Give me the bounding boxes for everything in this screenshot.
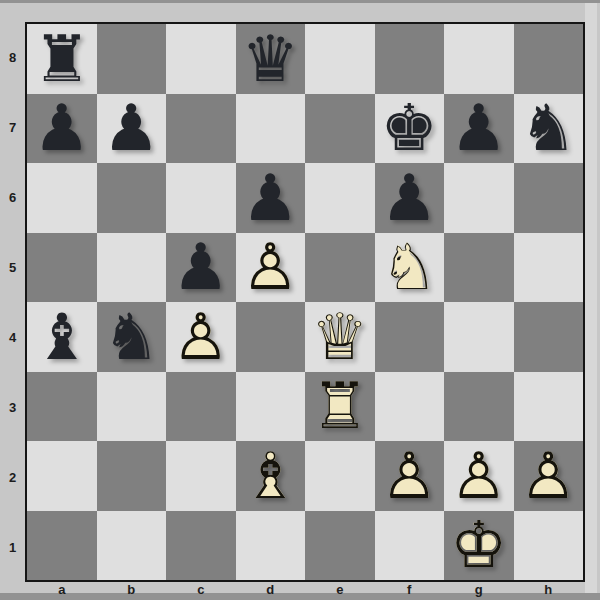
square-h8[interactable] [514,24,584,94]
file-label-f: f [375,580,445,598]
rank-label-5: 5 [0,232,25,302]
file-label-g: g [444,580,514,598]
black-knight-piece: ♞ [514,94,584,164]
black-king-piece: ♚ [375,94,445,164]
square-c5[interactable]: ♟ [166,233,236,303]
file-label-h: h [514,580,584,598]
square-b3[interactable] [97,372,167,442]
white-pawn-piece: ♟♙ [514,441,584,511]
black-pawn-piece: ♟ [27,94,97,164]
frame-bevel-top [0,0,600,3]
square-h1[interactable] [514,511,584,581]
white-rook-piece: ♜♖ [305,372,375,442]
file-label-c: c [166,580,236,598]
square-c7[interactable] [166,94,236,164]
square-a8[interactable]: ♜ [27,24,97,94]
square-a4[interactable]: ♝ [27,302,97,372]
frame-bevel-right [585,3,597,593]
square-b4[interactable]: ♞ [97,302,167,372]
square-f5[interactable]: ♞♘ [375,233,445,303]
square-d1[interactable] [236,511,306,581]
board-frame: 87654321 ♜♛♟♟♚♟♞♟♟♟♟♙♞♘♝♞♟♙♛♕♜♖♝♗♟♙♟♙♟♙♚… [0,0,600,600]
square-c2[interactable] [166,441,236,511]
square-c8[interactable] [166,24,236,94]
square-c1[interactable] [166,511,236,581]
square-c6[interactable] [166,163,236,233]
square-h5[interactable] [514,233,584,303]
square-b2[interactable] [97,441,167,511]
white-knight-piece: ♞♘ [375,233,445,303]
square-d7[interactable] [236,94,306,164]
square-d5[interactable]: ♟♙ [236,233,306,303]
square-b5[interactable] [97,233,167,303]
white-bishop-piece: ♝♗ [236,441,306,511]
file-labels: abcdefgh [27,580,583,598]
black-pawn-piece: ♟ [375,163,445,233]
rank-labels: 87654321 [0,22,25,582]
rank-label-8: 8 [0,22,25,92]
white-queen-piece: ♛♕ [305,302,375,372]
square-e3[interactable]: ♜♖ [305,372,375,442]
square-a1[interactable] [27,511,97,581]
square-g2[interactable]: ♟♙ [444,441,514,511]
white-pawn-piece: ♟♙ [444,441,514,511]
square-g3[interactable] [444,372,514,442]
square-h3[interactable] [514,372,584,442]
square-a7[interactable]: ♟ [27,94,97,164]
rank-label-1: 1 [0,512,25,582]
file-label-b: b [97,580,167,598]
square-b7[interactable]: ♟ [97,94,167,164]
square-e7[interactable] [305,94,375,164]
rank-label-7: 7 [0,92,25,162]
square-a6[interactable] [27,163,97,233]
black-pawn-piece: ♟ [444,94,514,164]
square-g1[interactable]: ♚♔ [444,511,514,581]
square-h2[interactable]: ♟♙ [514,441,584,511]
square-f1[interactable] [375,511,445,581]
black-pawn-piece: ♟ [236,163,306,233]
chess-board: ♜♛♟♟♚♟♞♟♟♟♟♙♞♘♝♞♟♙♛♕♜♖♝♗♟♙♟♙♟♙♚♔ [25,22,585,582]
square-f8[interactable] [375,24,445,94]
square-e1[interactable] [305,511,375,581]
file-label-a: a [27,580,97,598]
rank-label-6: 6 [0,162,25,232]
square-g8[interactable] [444,24,514,94]
file-label-d: d [236,580,306,598]
square-g5[interactable] [444,233,514,303]
square-d4[interactable] [236,302,306,372]
file-label-e: e [305,580,375,598]
square-f3[interactable] [375,372,445,442]
square-e6[interactable] [305,163,375,233]
square-e8[interactable] [305,24,375,94]
square-b8[interactable] [97,24,167,94]
black-queen-piece: ♛ [236,24,306,94]
black-knight-piece: ♞ [97,302,167,372]
square-h6[interactable] [514,163,584,233]
square-g4[interactable] [444,302,514,372]
square-f2[interactable]: ♟♙ [375,441,445,511]
rank-label-2: 2 [0,442,25,512]
square-d6[interactable]: ♟ [236,163,306,233]
square-e4[interactable]: ♛♕ [305,302,375,372]
square-f7[interactable]: ♚ [375,94,445,164]
square-d3[interactable] [236,372,306,442]
square-g6[interactable] [444,163,514,233]
square-c4[interactable]: ♟♙ [166,302,236,372]
white-king-piece: ♚♔ [444,511,514,581]
black-pawn-piece: ♟ [166,233,236,303]
white-pawn-piece: ♟♙ [375,441,445,511]
black-rook-piece: ♜ [27,24,97,94]
square-a2[interactable] [27,441,97,511]
black-pawn-piece: ♟ [97,94,167,164]
white-pawn-piece: ♟♙ [166,302,236,372]
square-b6[interactable] [97,163,167,233]
square-e2[interactable] [305,441,375,511]
black-bishop-piece: ♝ [27,302,97,372]
square-a5[interactable] [27,233,97,303]
square-b1[interactable] [97,511,167,581]
square-h7[interactable]: ♞ [514,94,584,164]
square-h4[interactable] [514,302,584,372]
square-e5[interactable] [305,233,375,303]
square-c3[interactable] [166,372,236,442]
white-pawn-piece: ♟♙ [236,233,306,303]
square-a3[interactable] [27,372,97,442]
rank-label-3: 3 [0,372,25,442]
square-f4[interactable] [375,302,445,372]
rank-label-4: 4 [0,302,25,372]
square-g7[interactable]: ♟ [444,94,514,164]
square-f6[interactable]: ♟ [375,163,445,233]
square-d8[interactable]: ♛ [236,24,306,94]
square-d2[interactable]: ♝♗ [236,441,306,511]
